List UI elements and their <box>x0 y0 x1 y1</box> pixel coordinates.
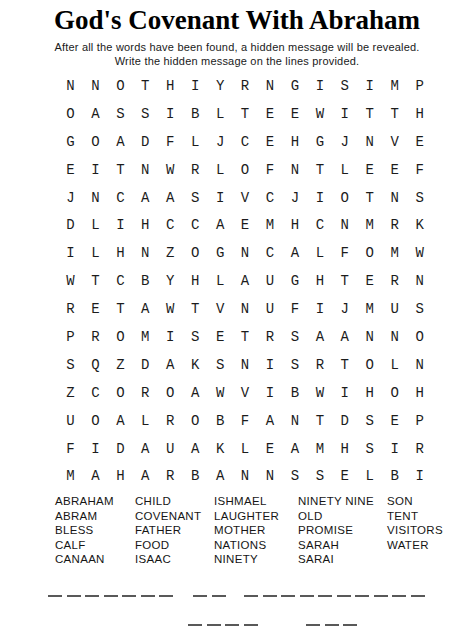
grid-cell[interactable]: N <box>83 72 108 100</box>
grid-cell[interactable]: R <box>258 323 283 351</box>
grid-cell[interactable]: I <box>307 72 332 100</box>
grid-cell[interactable]: N <box>407 351 432 379</box>
grid-cell[interactable]: I <box>307 295 332 323</box>
grid-cell[interactable]: H <box>183 267 208 295</box>
blank-dash <box>207 624 221 626</box>
word-item: OLD <box>298 509 374 524</box>
grid-cell[interactable]: T <box>307 156 332 184</box>
instructions: After all the words have been found, a h… <box>0 41 474 68</box>
grid-cell[interactable]: S <box>407 184 432 212</box>
grid-cell[interactable]: O <box>58 100 83 128</box>
grid-cell[interactable]: M <box>357 211 382 239</box>
grid-cell[interactable]: L <box>83 239 108 267</box>
grid-cell[interactable]: K <box>183 351 208 379</box>
grid-cell[interactable]: A <box>183 435 208 463</box>
grid-cell[interactable]: N <box>332 211 357 239</box>
grid-cell[interactable]: O <box>83 128 108 156</box>
grid-cell[interactable]: F <box>158 128 183 156</box>
grid-cell[interactable]: I <box>158 100 183 128</box>
grid-cell[interactable]: T <box>108 156 133 184</box>
grid-cell[interactable]: N <box>382 323 407 351</box>
grid-cell[interactable]: R <box>183 156 208 184</box>
blank-dash <box>141 595 155 597</box>
grid-cell[interactable]: G <box>282 72 307 100</box>
grid-cell[interactable]: W <box>58 267 83 295</box>
grid-cell[interactable]: S <box>208 351 233 379</box>
grid-cell[interactable]: L <box>208 156 233 184</box>
grid-cell[interactable]: A <box>208 462 233 490</box>
grid-cell[interactable]: W <box>208 379 233 407</box>
answer-blank-group[interactable] <box>306 624 357 626</box>
grid-cell[interactable]: S <box>108 100 133 128</box>
grid-cell[interactable]: A <box>133 435 158 463</box>
grid-cell[interactable]: A <box>133 462 158 490</box>
grid-cell[interactable]: N <box>258 72 283 100</box>
word-item: WATER <box>387 538 443 553</box>
grid-cell[interactable]: I <box>83 435 108 463</box>
word-item: ISHMAEL <box>214 494 279 509</box>
word-item: NINETY <box>214 552 279 567</box>
grid-cell[interactable]: Z <box>108 351 133 379</box>
grid-cell[interactable]: D <box>133 128 158 156</box>
grid-cell[interactable]: I <box>208 184 233 212</box>
blank-dash <box>159 595 173 597</box>
grid-cell[interactable]: B <box>208 407 233 435</box>
grid-cell[interactable]: P <box>407 72 432 100</box>
grid-cell[interactable]: E <box>407 128 432 156</box>
answer-blank-group[interactable] <box>48 595 173 597</box>
grid-cell[interactable]: P <box>58 323 83 351</box>
blank-dash <box>104 595 118 597</box>
word-item: ABRAHAM <box>55 494 114 509</box>
grid-cell[interactable]: U <box>258 267 283 295</box>
grid-cell[interactable]: C <box>83 379 108 407</box>
grid-cell[interactable]: D <box>133 351 158 379</box>
grid-cell[interactable]: H <box>332 435 357 463</box>
word-item: VISITORS <box>387 523 443 538</box>
grid-cell[interactable]: A <box>282 435 307 463</box>
grid-cell[interactable]: A <box>108 128 133 156</box>
grid-cell[interactable]: E <box>332 462 357 490</box>
grid-cell[interactable]: A <box>133 295 158 323</box>
grid-cell[interactable]: R <box>58 295 83 323</box>
word-item: SARAI <box>298 552 374 567</box>
grid-cell[interactable]: I <box>108 211 133 239</box>
blank-dash <box>306 624 320 626</box>
grid-cell[interactable]: O <box>83 407 108 435</box>
blank-dash <box>193 595 207 597</box>
grid-cell[interactable]: E <box>258 100 283 128</box>
grid-cell[interactable]: R <box>307 351 332 379</box>
grid-cell[interactable]: U <box>258 295 283 323</box>
grid-cell[interactable]: S <box>282 462 307 490</box>
grid-cell[interactable]: F <box>332 239 357 267</box>
grid-cell[interactable]: D <box>58 211 83 239</box>
grid-cell[interactable]: O <box>108 323 133 351</box>
grid-cell[interactable]: T <box>332 351 357 379</box>
blank-dash <box>48 595 62 597</box>
grid-cell[interactable]: N <box>282 407 307 435</box>
grid-cell[interactable]: L <box>233 435 258 463</box>
grid-cell[interactable]: M <box>357 295 382 323</box>
grid-cell[interactable]: F <box>58 435 83 463</box>
grid-cell[interactable]: N <box>258 462 283 490</box>
word-list-column: SONTENTVISITORSWATER <box>387 494 443 552</box>
grid-cell[interactable]: G <box>282 267 307 295</box>
grid-cell[interactable]: O <box>108 72 133 100</box>
grid-cell[interactable]: E <box>208 323 233 351</box>
grid-cell[interactable]: F <box>258 156 283 184</box>
grid-cell[interactable]: G <box>58 128 83 156</box>
grid-cell[interactable]: I <box>83 156 108 184</box>
grid-cell[interactable]: C <box>258 184 283 212</box>
grid-cell[interactable]: T <box>382 100 407 128</box>
grid-cell[interactable]: H <box>108 239 133 267</box>
grid-cell[interactable]: E <box>357 156 382 184</box>
grid-cell[interactable]: N <box>233 239 258 267</box>
grid-cell[interactable]: I <box>357 72 382 100</box>
word-list-column: CHILDCOVENANTFATHERFOODISAAC <box>135 494 201 567</box>
grid-cell[interactable]: D <box>332 407 357 435</box>
grid-cell[interactable]: H <box>108 462 133 490</box>
grid-cell[interactable]: A <box>158 184 183 212</box>
grid-cell[interactable]: S <box>307 462 332 490</box>
grid-cell[interactable]: E <box>258 435 283 463</box>
word-item: TENT <box>387 509 443 524</box>
grid-cell[interactable]: S <box>282 351 307 379</box>
grid-cell[interactable]: W <box>307 379 332 407</box>
grid-cell[interactable]: H <box>307 267 332 295</box>
grid-cell[interactable]: S <box>332 72 357 100</box>
grid-cell[interactable]: N <box>407 267 432 295</box>
grid-cell[interactable]: N <box>233 295 258 323</box>
grid-cell[interactable]: T <box>233 100 258 128</box>
grid-cell[interactable]: L <box>382 351 407 379</box>
grid-cell[interactable]: S <box>357 435 382 463</box>
blank-dash <box>281 595 295 597</box>
instructions-line-2: Write the hidden message on the lines pr… <box>0 55 474 69</box>
grid-cell[interactable]: R <box>158 462 183 490</box>
word-item: ABRAM <box>55 509 114 524</box>
grid-cell[interactable]: A <box>83 462 108 490</box>
grid-cell[interactable]: O <box>382 379 407 407</box>
grid-cell[interactable]: C <box>158 211 183 239</box>
grid-cell[interactable]: E <box>282 100 307 128</box>
grid-cell[interactable]: H <box>357 379 382 407</box>
word-item: CHILD <box>135 494 201 509</box>
grid-cell[interactable]: M <box>258 211 283 239</box>
grid-cell[interactable]: A <box>108 407 133 435</box>
word-list-column: NINETY NINEOLDPROMISESARAHSARAI <box>298 494 374 567</box>
grid-cell[interactable]: R <box>382 211 407 239</box>
answer-blank-line-2 <box>0 624 474 628</box>
grid-cell[interactable]: L <box>183 128 208 156</box>
grid-cell[interactable]: H <box>407 100 432 128</box>
blank-dash <box>325 624 339 626</box>
grid-cell[interactable]: I <box>332 379 357 407</box>
grid-cell[interactable]: U <box>158 435 183 463</box>
grid-cell[interactable]: A <box>133 184 158 212</box>
grid-cell[interactable]: B <box>183 462 208 490</box>
word-item: ISAAC <box>135 552 201 567</box>
grid-cell[interactable]: I <box>158 323 183 351</box>
answer-blank-group[interactable] <box>193 595 226 597</box>
blank-dash <box>300 595 314 597</box>
word-item: SARAH <box>298 538 374 553</box>
grid-cell[interactable]: I <box>332 100 357 128</box>
word-item: SON <box>387 494 443 509</box>
grid-cell[interactable]: C <box>258 239 283 267</box>
grid-cell[interactable]: R <box>158 407 183 435</box>
blank-dash <box>225 624 239 626</box>
word-item: FATHER <box>135 523 201 538</box>
grid-cell[interactable]: J <box>332 128 357 156</box>
grid-cell[interactable]: E <box>58 156 83 184</box>
grid-cell[interactable]: T <box>332 267 357 295</box>
grid-cell[interactable]: M <box>382 239 407 267</box>
grid-cell[interactable]: A <box>258 407 283 435</box>
grid-cell[interactable]: W <box>407 239 432 267</box>
grid-cell[interactable]: L <box>83 211 108 239</box>
grid-cell[interactable]: F <box>282 295 307 323</box>
grid-cell[interactable]: C <box>183 211 208 239</box>
grid-cell[interactable]: Z <box>58 379 83 407</box>
grid-cell[interactable]: Y <box>208 72 233 100</box>
word-item: COVENANT <box>135 509 201 524</box>
grid-cell[interactable]: S <box>133 100 158 128</box>
grid-cell[interactable]: D <box>108 435 133 463</box>
grid-cell[interactable]: N <box>233 462 258 490</box>
grid-cell[interactable]: T <box>183 295 208 323</box>
grid-cell[interactable]: W <box>307 100 332 128</box>
grid-cell[interactable]: T <box>133 72 158 100</box>
grid-cell[interactable]: F <box>233 407 258 435</box>
word-item: NINETY NINE <box>298 494 374 509</box>
grid-cell[interactable]: T <box>233 323 258 351</box>
grid-cell[interactable]: U <box>58 407 83 435</box>
word-list-column: ABRAHAMABRAMBLESSCALFCANAAN <box>55 494 114 567</box>
blank-dash <box>411 595 425 597</box>
grid-cell[interactable]: M <box>58 462 83 490</box>
blank-dash <box>263 595 277 597</box>
grid-cell[interactable]: H <box>282 128 307 156</box>
grid-cell[interactable]: H <box>282 211 307 239</box>
grid-cell[interactable]: N <box>83 184 108 212</box>
grid-cell[interactable]: A <box>282 239 307 267</box>
word-item: NATIONS <box>214 538 279 553</box>
grid-cell[interactable]: E <box>382 156 407 184</box>
grid-cell[interactable]: E <box>258 128 283 156</box>
grid-cell[interactable]: I <box>183 72 208 100</box>
blank-dash <box>67 595 81 597</box>
grid-cell[interactable]: C <box>233 128 258 156</box>
grid-cell[interactable]: I <box>58 239 83 267</box>
grid-cell[interactable]: S <box>183 323 208 351</box>
grid-cell[interactable]: L <box>357 462 382 490</box>
grid-cell[interactable]: B <box>183 100 208 128</box>
grid-cell[interactable]: V <box>233 379 258 407</box>
grid-cell[interactable]: A <box>208 211 233 239</box>
grid-cell[interactable]: T <box>307 407 332 435</box>
word-search-grid: NNOTHIYRNGISIMPOASSIBLTEEWITTHGOADFLJCEH… <box>58 72 432 490</box>
answer-blank-group[interactable] <box>188 624 258 626</box>
grid-cell[interactable]: R <box>407 435 432 463</box>
grid-cell[interactable]: O <box>183 239 208 267</box>
grid-cell[interactable]: C <box>108 267 133 295</box>
grid-cell[interactable]: O <box>108 379 133 407</box>
grid-cell[interactable]: C <box>108 184 133 212</box>
grid-cell[interactable]: Z <box>158 239 183 267</box>
grid-cell[interactable]: R <box>83 323 108 351</box>
grid-cell[interactable]: S <box>58 351 83 379</box>
grid-cell[interactable]: S <box>183 184 208 212</box>
grid-cell[interactable]: S <box>282 323 307 351</box>
grid-cell[interactable]: V <box>233 184 258 212</box>
grid-cell[interactable]: C <box>307 211 332 239</box>
grid-cell[interactable]: G <box>208 239 233 267</box>
grid-cell[interactable]: E <box>382 407 407 435</box>
grid-cell[interactable]: O <box>233 156 258 184</box>
grid-cell[interactable]: J <box>282 184 307 212</box>
grid-cell[interactable]: B <box>382 462 407 490</box>
grid-cell[interactable]: J <box>332 295 357 323</box>
grid-cell[interactable]: O <box>357 239 382 267</box>
grid-cell[interactable]: Y <box>158 267 183 295</box>
grid-cell[interactable]: L <box>208 267 233 295</box>
grid-cell[interactable]: L <box>332 156 357 184</box>
grid-cell[interactable]: I <box>258 351 283 379</box>
grid-cell[interactable]: R <box>233 72 258 100</box>
grid-cell[interactable]: O <box>332 184 357 212</box>
answer-blank-group[interactable] <box>244 595 425 597</box>
grid-cell[interactable]: I <box>258 379 283 407</box>
grid-cell[interactable]: T <box>357 100 382 128</box>
grid-cell[interactable]: V <box>382 128 407 156</box>
grid-cell[interactable]: N <box>382 184 407 212</box>
grid-cell[interactable]: L <box>133 407 158 435</box>
blank-dash <box>122 595 136 597</box>
grid-cell[interactable]: W <box>158 295 183 323</box>
word-item: LAUGHTER <box>214 509 279 524</box>
grid-cell[interactable]: B <box>133 267 158 295</box>
grid-cell[interactable]: E <box>233 211 258 239</box>
grid-cell[interactable]: E <box>357 267 382 295</box>
grid-cell[interactable]: I <box>407 462 432 490</box>
word-item: CANAAN <box>55 552 114 567</box>
grid-cell[interactable]: R <box>133 379 158 407</box>
grid-cell[interactable]: N <box>133 156 158 184</box>
grid-cell[interactable]: H <box>158 72 183 100</box>
grid-cell[interactable]: S <box>407 295 432 323</box>
page-title: God's Covenant With Abraham <box>0 5 474 36</box>
grid-cell[interactable]: M <box>382 72 407 100</box>
word-item: FOOD <box>135 538 201 553</box>
grid-cell[interactable]: Q <box>83 351 108 379</box>
grid-cell[interactable]: A <box>83 100 108 128</box>
grid-cell[interactable]: A <box>307 323 332 351</box>
grid-cell[interactable]: H <box>133 211 158 239</box>
grid-cell[interactable]: N <box>58 72 83 100</box>
grid-cell[interactable]: R <box>382 267 407 295</box>
grid-cell[interactable]: O <box>183 407 208 435</box>
grid-cell[interactable]: J <box>58 184 83 212</box>
grid-cell[interactable]: T <box>357 184 382 212</box>
word-item: MOTHER <box>214 523 279 538</box>
grid-cell[interactable]: O <box>407 323 432 351</box>
blank-dash <box>374 595 388 597</box>
grid-cell[interactable]: L <box>307 239 332 267</box>
grid-cell[interactable]: T <box>83 267 108 295</box>
word-list-column: ISHMAELLAUGHTERMOTHERNATIONSNINETY <box>214 494 279 567</box>
word-item: CALF <box>55 538 114 553</box>
grid-cell[interactable]: H <box>407 379 432 407</box>
blank-dash <box>343 624 357 626</box>
grid-cell[interactable]: A <box>183 379 208 407</box>
grid-cell[interactable]: N <box>233 351 258 379</box>
grid-cell[interactable]: T <box>108 295 133 323</box>
grid-cell[interactable]: N <box>357 128 382 156</box>
grid-cell[interactable]: A <box>158 351 183 379</box>
grid-cell[interactable]: F <box>407 156 432 184</box>
grid-cell[interactable]: N <box>282 156 307 184</box>
grid-cell[interactable]: U <box>382 295 407 323</box>
blank-dash <box>212 595 226 597</box>
grid-cell[interactable]: S <box>357 407 382 435</box>
grid-cell[interactable]: O <box>357 351 382 379</box>
word-item: BLESS <box>55 523 114 538</box>
grid-cell[interactable]: J <box>208 128 233 156</box>
grid-cell[interactable]: I <box>382 435 407 463</box>
grid-cell[interactable]: E <box>83 295 108 323</box>
grid-cell[interactable]: G <box>307 128 332 156</box>
grid-cell[interactable]: P <box>407 407 432 435</box>
answer-blank-line-1 <box>0 595 474 599</box>
grid-cell[interactable]: A <box>332 323 357 351</box>
grid-cell[interactable]: A <box>233 267 258 295</box>
word-item: PROMISE <box>298 523 374 538</box>
grid-cell[interactable]: M <box>307 435 332 463</box>
blank-dash <box>318 595 332 597</box>
grid-cell[interactable]: L <box>208 100 233 128</box>
grid-cell[interactable]: V <box>208 295 233 323</box>
grid-cell[interactable]: K <box>407 211 432 239</box>
blank-dash <box>85 595 99 597</box>
grid-cell[interactable]: N <box>357 323 382 351</box>
grid-cell[interactable]: N <box>133 239 158 267</box>
blank-dash <box>244 624 258 626</box>
grid-cell[interactable]: O <box>158 379 183 407</box>
grid-cell[interactable]: I <box>307 184 332 212</box>
grid-cell[interactable]: K <box>208 435 233 463</box>
grid-cell[interactable]: W <box>158 156 183 184</box>
blank-dash <box>355 595 369 597</box>
blank-dash <box>244 595 258 597</box>
instructions-line-1: After all the words have been found, a h… <box>0 41 474 55</box>
blank-dash <box>392 595 406 597</box>
blank-dash <box>188 624 202 626</box>
blank-dash <box>337 595 351 597</box>
grid-cell[interactable]: M <box>133 323 158 351</box>
word-list: ABRAHAMABRAMBLESSCALFCANAANCHILDCOVENANT… <box>0 494 474 570</box>
grid-cell[interactable]: B <box>282 379 307 407</box>
